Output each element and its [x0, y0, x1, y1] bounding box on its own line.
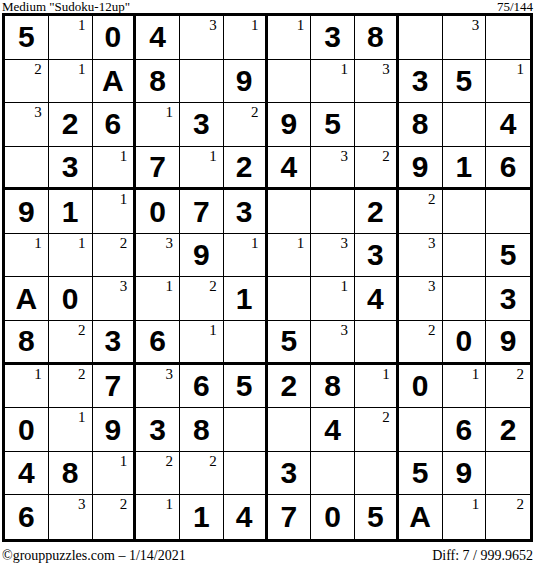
- cell-value: 3: [486, 277, 530, 320]
- corner-mark: 1: [297, 17, 305, 34]
- corner-mark: 1: [472, 366, 480, 383]
- cell-r2c4[interactable]: 8: [136, 60, 180, 104]
- cell-r7c12[interactable]: 3: [486, 277, 530, 321]
- cell-value: 6: [93, 103, 134, 146]
- cell-r3c9[interactable]: [355, 103, 399, 147]
- sudoku-page: Medium "Sudoku-12up" 75/144 510431138321…: [0, 0, 535, 569]
- cell-r2c12[interactable]: 1: [486, 60, 530, 104]
- cell-value: 5: [5, 16, 48, 59]
- cell-value: 1: [49, 190, 92, 233]
- cell-value: 2: [49, 103, 92, 146]
- cell-r4c1[interactable]: [5, 147, 49, 191]
- cell-value: 4: [224, 495, 265, 539]
- cell-value: 3: [224, 190, 265, 233]
- cell-value: 6: [136, 321, 179, 362]
- cell-value: 4: [268, 147, 311, 188]
- cell-r1c10[interactable]: [399, 16, 443, 60]
- cell-r3c11[interactable]: [443, 103, 487, 147]
- cell-r12c4[interactable]: 1: [136, 495, 180, 539]
- cell-r10c7[interactable]: [268, 408, 312, 452]
- cell-value: 3: [268, 452, 311, 495]
- corner-mark: 1: [78, 17, 86, 34]
- cell-r8c9[interactable]: [355, 321, 399, 365]
- cell-r4c11[interactable]: 1: [443, 147, 487, 191]
- cell-r1c2[interactable]: 1: [49, 16, 93, 60]
- cell-r6c9[interactable]: 3: [355, 234, 399, 278]
- cell-r1c1[interactable]: 5: [5, 16, 49, 60]
- corner-mark: 3: [341, 148, 349, 165]
- cell-r11c9[interactable]: [355, 452, 399, 496]
- cell-value: 0: [399, 365, 442, 408]
- corner-mark: 2: [517, 366, 525, 383]
- cell-r6c6[interactable]: 1: [224, 234, 268, 278]
- cell-r3c8[interactable]: 5: [311, 103, 355, 147]
- cell-r4c3[interactable]: 1: [93, 147, 137, 191]
- cell-value: 4: [5, 452, 48, 495]
- cell-value: 3: [311, 16, 354, 59]
- cell-r2c5[interactable]: [180, 60, 224, 104]
- cell-value: 3: [399, 60, 442, 103]
- cell-r5c11[interactable]: [443, 190, 487, 234]
- cell-r10c8[interactable]: 4: [311, 408, 355, 452]
- cell-value: 5: [311, 103, 354, 146]
- corner-mark: 3: [428, 235, 436, 252]
- cell-r10c11[interactable]: 6: [443, 408, 487, 452]
- cell-r8c1[interactable]: 8: [5, 321, 49, 365]
- cell-r9c12[interactable]: 2: [486, 365, 530, 409]
- cell-value: 4: [311, 408, 354, 451]
- cell-r5c7[interactable]: [268, 190, 312, 234]
- cell-r5c3[interactable]: 1: [93, 190, 137, 234]
- corner-mark: 2: [428, 191, 436, 208]
- cell-r12c2[interactable]: 3: [49, 495, 93, 539]
- copyright-text: ©grouppuzzles.com – 1/14/2021: [2, 547, 186, 565]
- corner-mark: 1: [341, 61, 349, 78]
- cell-r6c5[interactable]: 9: [180, 234, 224, 278]
- cell-r5c10[interactable]: 2: [399, 190, 443, 234]
- cell-r8c8[interactable]: 3: [311, 321, 355, 365]
- cell-value: 0: [5, 408, 48, 451]
- cell-r12c3[interactable]: 2: [93, 495, 137, 539]
- corner-mark: 1: [120, 453, 128, 470]
- corner-mark: 1: [251, 235, 259, 252]
- cell-value: 9: [443, 452, 486, 495]
- cell-r7c3[interactable]: 3: [93, 277, 137, 321]
- cell-value: 0: [311, 495, 354, 539]
- corner-mark: 1: [209, 322, 217, 339]
- corner-mark: 1: [472, 496, 480, 513]
- corner-mark: 3: [166, 366, 174, 383]
- cell-r1c7[interactable]: 1: [268, 16, 312, 60]
- cell-r10c10[interactable]: [399, 408, 443, 452]
- cell-r8c5[interactable]: 1: [180, 321, 224, 365]
- cell-r4c8[interactable]: 3: [311, 147, 355, 191]
- puzzle-progress: 75/144: [497, 0, 533, 13]
- sudoku-grid: 510431138321A891335132613295843171243291…: [2, 13, 533, 542]
- cell-value: 8: [355, 16, 396, 59]
- cell-value: 8: [311, 365, 354, 408]
- cell-r4c7[interactable]: 4: [268, 147, 312, 191]
- cell-value: 3: [136, 408, 179, 451]
- cell-value: 9: [5, 190, 48, 233]
- corner-mark: 2: [120, 496, 128, 513]
- cell-r9c11[interactable]: 1: [443, 365, 487, 409]
- corner-mark: 1: [120, 191, 128, 208]
- cell-r1c3[interactable]: 0: [93, 16, 137, 60]
- cell-r6c4[interactable]: 3: [136, 234, 180, 278]
- cell-r11c5[interactable]: 2: [180, 452, 224, 496]
- cell-value: 5: [224, 365, 265, 408]
- cell-r1c6[interactable]: 1: [224, 16, 268, 60]
- cell-r2c10[interactable]: 3: [399, 60, 443, 104]
- cell-r9c10[interactable]: 0: [399, 365, 443, 409]
- corner-mark: 2: [78, 322, 86, 339]
- cell-value: 1: [180, 495, 223, 539]
- cell-r3c10[interactable]: 8: [399, 103, 443, 147]
- cell-value: 7: [136, 147, 179, 188]
- cell-r6c1[interactable]: 1: [5, 234, 49, 278]
- corner-mark: 1: [166, 278, 174, 295]
- cell-value: 2: [224, 147, 265, 188]
- cell-value: A: [399, 495, 442, 539]
- cell-value: 8: [5, 321, 48, 362]
- cell-r2c6[interactable]: 9: [224, 60, 268, 104]
- cell-value: 9: [180, 234, 223, 277]
- cell-r6c7[interactable]: 1: [268, 234, 312, 278]
- cell-value: A: [5, 277, 48, 320]
- cell-r8c2[interactable]: 2: [49, 321, 93, 365]
- cell-r7c10[interactable]: 3: [399, 277, 443, 321]
- corner-mark: 1: [78, 235, 86, 252]
- cell-r12c9[interactable]: 5: [355, 495, 399, 539]
- corner-mark: 2: [34, 61, 42, 78]
- cell-r12c8[interactable]: 0: [311, 495, 355, 539]
- corner-mark: 3: [120, 278, 128, 295]
- corner-mark: 1: [34, 235, 42, 252]
- corner-mark: 2: [209, 278, 217, 295]
- cell-value: 6: [486, 147, 530, 188]
- cell-r6c12[interactable]: 5: [486, 234, 530, 278]
- cell-r12c12[interactable]: 2: [486, 495, 530, 539]
- difficulty-text: Diff: 7 / 999.9652: [432, 547, 533, 565]
- cell-r1c4[interactable]: 4: [136, 16, 180, 60]
- cell-r10c6[interactable]: [224, 408, 268, 452]
- corner-mark: 3: [209, 17, 217, 34]
- cell-r12c5[interactable]: 1: [180, 495, 224, 539]
- corner-mark: 1: [517, 61, 525, 78]
- cell-r5c4[interactable]: 0: [136, 190, 180, 234]
- cell-r2c8[interactable]: 1: [311, 60, 355, 104]
- corner-mark: 2: [78, 366, 86, 383]
- cell-value: 7: [268, 495, 311, 539]
- header: Medium "Sudoku-12up" 75/144: [2, 0, 533, 13]
- cell-r1c9[interactable]: 8: [355, 16, 399, 60]
- cell-r11c2[interactable]: 8: [49, 452, 93, 496]
- cell-r2c11[interactable]: 5: [443, 60, 487, 104]
- cell-r8c10[interactable]: 2: [399, 321, 443, 365]
- cell-r10c1[interactable]: 0: [5, 408, 49, 452]
- cell-r1c12[interactable]: [486, 16, 530, 60]
- cell-value: 9: [93, 408, 134, 451]
- corner-mark: 1: [120, 148, 128, 165]
- corner-mark: 1: [34, 366, 42, 383]
- cell-r7c6[interactable]: 1: [224, 277, 268, 321]
- cell-r6c2[interactable]: 1: [49, 234, 93, 278]
- cell-r8c12[interactable]: 9: [486, 321, 530, 365]
- cell-r10c2[interactable]: 1: [49, 408, 93, 452]
- cell-r12c11[interactable]: 1: [443, 495, 487, 539]
- cell-r7c9[interactable]: 4: [355, 277, 399, 321]
- cell-r2c1[interactable]: 2: [5, 60, 49, 104]
- cell-r6c3[interactable]: 2: [93, 234, 137, 278]
- cell-value: 8: [399, 103, 442, 146]
- cell-r4c12[interactable]: 6: [486, 147, 530, 191]
- cell-value: 0: [136, 190, 179, 233]
- cell-r3c3[interactable]: 6: [93, 103, 137, 147]
- cell-r12c6[interactable]: 4: [224, 495, 268, 539]
- cell-value: 6: [180, 365, 223, 408]
- cell-value: 4: [355, 277, 396, 320]
- cell-value: 9: [268, 103, 311, 146]
- cell-r5c5[interactable]: 7: [180, 190, 224, 234]
- corner-mark: 2: [251, 104, 259, 121]
- cell-r1c5[interactable]: 3: [180, 16, 224, 60]
- corner-mark: 3: [34, 104, 42, 121]
- cell-r11c12[interactable]: [486, 452, 530, 496]
- puzzle-title: Medium "Sudoku-12up": [2, 0, 130, 13]
- cell-r5c8[interactable]: [311, 190, 355, 234]
- cell-r6c11[interactable]: [443, 234, 487, 278]
- cell-r9c8[interactable]: 8: [311, 365, 355, 409]
- cell-r4c4[interactable]: 7: [136, 147, 180, 191]
- cell-value: 0: [49, 277, 92, 320]
- cell-r7c1[interactable]: A: [5, 277, 49, 321]
- cell-value: 5: [399, 452, 442, 495]
- cell-r11c7[interactable]: 3: [268, 452, 312, 496]
- corner-mark: 2: [428, 322, 436, 339]
- cell-value: 6: [5, 495, 48, 539]
- corner-mark: 1: [341, 278, 349, 295]
- cell-r11c1[interactable]: 4: [5, 452, 49, 496]
- cell-r3c5[interactable]: 3: [180, 103, 224, 147]
- cell-r2c7[interactable]: [268, 60, 312, 104]
- cell-value: 5: [355, 495, 396, 539]
- cell-r5c2[interactable]: 1: [49, 190, 93, 234]
- cell-r11c11[interactable]: 9: [443, 452, 487, 496]
- cell-r11c4[interactable]: 2: [136, 452, 180, 496]
- corner-mark: 3: [341, 322, 349, 339]
- corner-mark: 2: [120, 235, 128, 252]
- corner-mark: 3: [428, 278, 436, 295]
- cell-value: 9: [224, 60, 265, 103]
- cell-value: 7: [93, 365, 134, 408]
- cell-r9c6[interactable]: 5: [224, 365, 268, 409]
- cell-r11c8[interactable]: [311, 452, 355, 496]
- corner-mark: 3: [166, 235, 174, 252]
- cell-value: 0: [443, 321, 486, 362]
- cell-r10c4[interactable]: 3: [136, 408, 180, 452]
- cell-r8c4[interactable]: 6: [136, 321, 180, 365]
- cell-r3c7[interactable]: 9: [268, 103, 312, 147]
- cell-value: 2: [355, 190, 396, 233]
- cell-r9c3[interactable]: 7: [93, 365, 137, 409]
- cell-value: 8: [136, 60, 179, 103]
- cell-r4c6[interactable]: 2: [224, 147, 268, 191]
- corner-mark: 1: [166, 104, 174, 121]
- corner-mark: 2: [382, 148, 390, 165]
- corner-mark: 2: [517, 496, 525, 513]
- cell-r1c8[interactable]: 3: [311, 16, 355, 60]
- cell-r10c9[interactable]: 2: [355, 408, 399, 452]
- cell-r1c11[interactable]: 3: [443, 16, 487, 60]
- cell-r2c9[interactable]: 3: [355, 60, 399, 104]
- cell-r12c7[interactable]: 7: [268, 495, 312, 539]
- cell-r5c1[interactable]: 9: [5, 190, 49, 234]
- cell-r3c1[interactable]: 3: [5, 103, 49, 147]
- corner-mark: 1: [166, 496, 174, 513]
- cell-r5c12[interactable]: [486, 190, 530, 234]
- cell-r2c2[interactable]: 1: [49, 60, 93, 104]
- cell-value: 3: [355, 234, 396, 277]
- cell-r4c10[interactable]: 9: [399, 147, 443, 191]
- cell-r10c5[interactable]: 8: [180, 408, 224, 452]
- cell-r11c10[interactable]: 5: [399, 452, 443, 496]
- cell-value: 8: [180, 408, 223, 451]
- cell-r3c12[interactable]: 4: [486, 103, 530, 147]
- cell-value: 0: [93, 16, 134, 59]
- corner-mark: 2: [166, 453, 174, 470]
- corner-mark: 1: [209, 148, 217, 165]
- cell-r9c4[interactable]: 3: [136, 365, 180, 409]
- cell-r6c8[interactable]: 3: [311, 234, 355, 278]
- cell-value: 5: [443, 60, 486, 103]
- cell-value: 4: [136, 16, 179, 59]
- cell-r7c8[interactable]: 1: [311, 277, 355, 321]
- cell-value: A: [93, 60, 134, 103]
- corner-mark: 3: [472, 17, 480, 34]
- cell-r8c3[interactable]: 3: [93, 321, 137, 365]
- cell-r7c7[interactable]: [268, 277, 312, 321]
- cell-r2c3[interactable]: A: [93, 60, 137, 104]
- cell-r9c2[interactable]: 2: [49, 365, 93, 409]
- corner-mark: 1: [382, 366, 390, 383]
- cell-value: 1: [443, 147, 486, 188]
- cell-r7c5[interactable]: 2: [180, 277, 224, 321]
- cell-value: 6: [443, 408, 486, 451]
- footer: ©grouppuzzles.com – 1/14/2021 Diff: 7 / …: [2, 547, 533, 565]
- corner-mark: 1: [78, 61, 86, 78]
- cell-value: 3: [93, 321, 134, 362]
- cell-r5c9[interactable]: 2: [355, 190, 399, 234]
- cell-r6c10[interactable]: 3: [399, 234, 443, 278]
- cell-value: 4: [486, 103, 530, 146]
- cell-r9c1[interactable]: 1: [5, 365, 49, 409]
- cell-r10c3[interactable]: 9: [93, 408, 137, 452]
- cell-r4c2[interactable]: 3: [49, 147, 93, 191]
- corner-mark: 3: [78, 496, 86, 513]
- corner-mark: 2: [382, 409, 390, 426]
- cell-r3c6[interactable]: 2: [224, 103, 268, 147]
- cell-value: 8: [49, 452, 92, 495]
- cell-r12c10[interactable]: A: [399, 495, 443, 539]
- cell-r11c6[interactable]: [224, 452, 268, 496]
- cell-r9c9[interactable]: 1: [355, 365, 399, 409]
- cell-r8c6[interactable]: [224, 321, 268, 365]
- cell-r3c4[interactable]: 1: [136, 103, 180, 147]
- cell-r11c3[interactable]: 1: [93, 452, 137, 496]
- corner-mark: 1: [251, 17, 259, 34]
- corner-mark: 3: [341, 235, 349, 252]
- cell-r7c11[interactable]: [443, 277, 487, 321]
- cell-value: 5: [268, 321, 311, 362]
- cell-r8c11[interactable]: 0: [443, 321, 487, 365]
- cell-r4c5[interactable]: 1: [180, 147, 224, 191]
- cell-r8c7[interactable]: 5: [268, 321, 312, 365]
- cell-r5c6[interactable]: 3: [224, 190, 268, 234]
- cell-r9c7[interactable]: 2: [268, 365, 312, 409]
- cell-r12c1[interactable]: 6: [5, 495, 49, 539]
- cell-value: 9: [486, 321, 530, 362]
- corner-mark: 1: [78, 409, 86, 426]
- cell-value: 7: [180, 190, 223, 233]
- cell-value: 1: [224, 277, 265, 320]
- corner-mark: 2: [209, 453, 217, 470]
- cell-r10c12[interactable]: 2: [486, 408, 530, 452]
- cell-r7c2[interactable]: 0: [49, 277, 93, 321]
- corner-mark: 1: [297, 235, 305, 252]
- corner-mark: 3: [382, 61, 390, 78]
- cell-value: 2: [268, 365, 311, 408]
- cell-r7c4[interactable]: 1: [136, 277, 180, 321]
- cell-value: 3: [49, 147, 92, 188]
- cell-value: 9: [399, 147, 442, 188]
- cell-value: 2: [486, 408, 530, 451]
- cell-r9c5[interactable]: 6: [180, 365, 224, 409]
- cell-r4c9[interactable]: 2: [355, 147, 399, 191]
- cell-value: 5: [486, 234, 530, 277]
- cell-r3c2[interactable]: 2: [49, 103, 93, 147]
- cell-value: 3: [180, 103, 223, 146]
